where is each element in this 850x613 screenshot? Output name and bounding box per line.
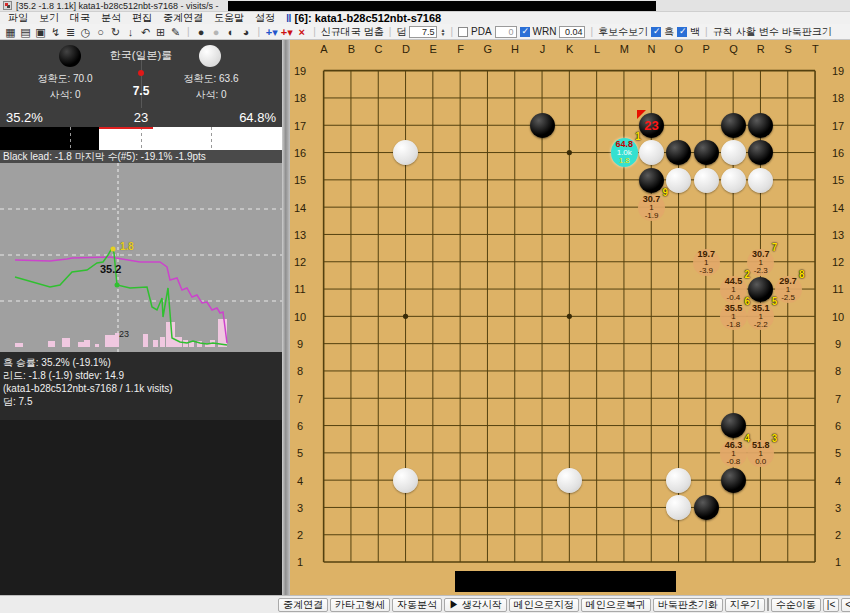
candidate-score: -2.3 — [754, 267, 768, 275]
white-captures: 사석: 0 — [166, 88, 256, 102]
winrate-tick-50 — [141, 127, 142, 150]
winrate-tick-75 — [211, 127, 212, 150]
komi-input[interactable]: 7.5 — [409, 26, 437, 38]
status-line: 덤: 7.5 — [3, 395, 282, 408]
toolbar-separator: | — [703, 26, 710, 37]
coord-top-E: E — [430, 43, 437, 55]
coord-left-3: 3 — [297, 502, 303, 514]
blue-cross-icon[interactable]: +▾ — [265, 25, 278, 39]
coord-right-6: 6 — [835, 420, 841, 432]
stone-glyph: ● — [694, 168, 719, 193]
engine-icon[interactable]: ↯ — [49, 25, 62, 39]
stone-glyph: ● — [666, 468, 691, 493]
grid-icon[interactable]: ⊞ — [154, 25, 167, 39]
boardsize-menu-button[interactable]: 바둑판크기 — [782, 25, 832, 39]
main-toolbar: ▦▤▣↯≣◷○↻↓↶⊞✎ | ●●◐◕ | +▾+▾× | 신규대국 멈춤 | … — [0, 24, 850, 40]
menu-item-도움말[interactable]: 도움말 — [214, 11, 244, 25]
bottom-button-지우기[interactable]: 지우기 — [725, 598, 765, 612]
white-accuracy: 정확도: 63.6 — [166, 72, 256, 86]
candidate-move-Q11[interactable]: 44.51-0.42 — [720, 276, 747, 303]
coord-top-G: G — [484, 43, 493, 55]
stone-glyph: ● — [694, 495, 719, 520]
stone-black-P3[interactable]: ● — [693, 494, 720, 521]
candidate-score: -2.5 — [781, 294, 795, 302]
candidate-circle[interactable]: 35.51-1.86 — [720, 303, 747, 330]
engine-status-text: 흑 승률: 35.2% (-19.1%)리드: -1.8 (-1.9) stde… — [0, 352, 282, 420]
candidate-rank: 3 — [772, 434, 778, 444]
stone-glyph: ● — [721, 113, 746, 138]
player-info: 한국(일본)룰 정확도: 70.0 정확도: 63.6 사석: 0 사석: 0 … — [0, 40, 282, 108]
candidate-move-R12[interactable]: 30.71-2.37 — [747, 248, 774, 275]
winrate-bar — [0, 127, 282, 150]
winrate-labels: 35.2% 23 64.8% — [0, 108, 282, 127]
coord-top-T: T — [812, 43, 819, 55]
stone-black-J17[interactable]: ● — [529, 112, 556, 139]
coord-right-5: 5 — [835, 447, 841, 459]
menu-item-설정[interactable]: 설정 — [255, 11, 275, 25]
stone-white-Q15[interactable]: ● — [720, 167, 747, 194]
menu-item-분석[interactable]: 분석 — [101, 11, 121, 25]
red-x-icon[interactable]: × — [295, 25, 308, 39]
coord-top-K: K — [566, 43, 573, 55]
candidate-circle[interactable]: 30.71-1.99 — [638, 194, 665, 221]
go-board[interactable]: ABCDEFGHJKLMNOPQRST191918181717161615151… — [290, 40, 850, 595]
coord-top-A: A — [320, 43, 327, 55]
graph-score-label: 1.8 — [120, 241, 134, 252]
stone-glyph: ● — [748, 277, 773, 302]
komi-value: 7.5 — [116, 84, 166, 98]
stone-white-D4[interactable]: ● — [392, 467, 419, 494]
stone-glyph: ● — [721, 468, 746, 493]
bottom-button-메인으로복귀[interactable]: 메인으로복귀 — [581, 598, 651, 612]
coord-right-18: 18 — [832, 92, 844, 104]
candidate-move-N14[interactable]: 30.71-1.99 — [638, 194, 665, 221]
go-stone[interactable]: ● — [721, 140, 746, 165]
menu-item-중계연결[interactable]: 중계연결 — [163, 11, 203, 25]
panel-board-divider[interactable] — [282, 40, 290, 595]
candidate-score: -2.2 — [754, 321, 768, 329]
black-stone-icon[interactable]: ● — [195, 25, 208, 39]
coord-right-16: 16 — [832, 147, 844, 159]
status-line: 흑 승률: 35.2% (-19.1%) — [3, 356, 282, 369]
save-icon[interactable]: ▣ — [34, 25, 47, 39]
candidate-score: -0.4 — [727, 294, 741, 302]
candidate-move-R10[interactable]: 35.11-2.25 — [747, 303, 774, 330]
variation-menu-button[interactable]: 변수 — [759, 25, 779, 39]
coord-right-14: 14 — [832, 202, 844, 214]
go-stone[interactable]: ● — [530, 113, 555, 138]
winrate-tick-25 — [70, 127, 71, 150]
stone-white-R15[interactable]: ● — [747, 167, 774, 194]
winrate-graph[interactable]: 1.8 35.2 23 — [0, 163, 282, 352]
stone-glyph: ● — [393, 140, 418, 165]
coord-right-15: 15 — [832, 174, 844, 186]
go-stone[interactable]: ● — [748, 113, 773, 138]
bottom-button-중계연결[interactable]: 중계연결 — [278, 598, 328, 612]
menu-item-편집[interactable]: 편집 — [132, 11, 152, 25]
board-redaction-bar — [455, 571, 676, 592]
stone-glyph: ● — [639, 140, 664, 165]
candidate-move-Q5[interactable]: 46.31-0.84 — [720, 440, 747, 467]
stone-white-Q16[interactable]: ● — [720, 139, 747, 166]
white-candidates-checkbox[interactable] — [677, 27, 687, 37]
candidate-score: -1.9 — [645, 212, 659, 220]
toolbar-separator: | — [311, 26, 318, 37]
menu-item-대국[interactable]: 대국 — [70, 11, 90, 25]
stone-glyph: ● — [666, 495, 691, 520]
coord-top-B: B — [348, 43, 355, 55]
candidate-circle[interactable]: 44.51-0.42 — [720, 276, 747, 303]
coord-left-5: 5 — [297, 447, 303, 459]
go-stone[interactable]: ● — [748, 168, 773, 193]
stone-glyph: ● — [666, 140, 691, 165]
stone-black-R17[interactable]: ● — [747, 112, 774, 139]
coord-left-15: 15 — [294, 174, 306, 186]
candidate-rank: 8 — [799, 270, 805, 280]
coord-right-17: 17 — [832, 120, 844, 132]
coord-left-9: 9 — [297, 338, 303, 350]
coord-right-9: 9 — [835, 338, 841, 350]
coord-right-19: 19 — [832, 65, 844, 77]
komi-spinner[interactable]: ▲▼ — [440, 28, 445, 36]
coord-left-18: 18 — [294, 92, 306, 104]
coord-right-1: 1 — [835, 556, 841, 568]
go-stone[interactable]: ● — [639, 140, 664, 165]
bottom-toolbar: 중계연결카타고형세자동분석▶ 생각시작메인으로지정메인으로복귀바둑판초기화지우기… — [0, 595, 850, 613]
go-stone[interactable]: ● — [666, 168, 691, 193]
white-stone-icon[interactable]: ● — [210, 25, 223, 39]
last-move-triangle-marker — [637, 110, 646, 119]
coord-right-3: 3 — [835, 502, 841, 514]
go-stone[interactable]: ● — [557, 468, 582, 493]
candidate-move-R5[interactable]: 51.810.03 — [747, 440, 774, 467]
candidate-circle[interactable]: 35.11-2.25 — [747, 303, 774, 330]
bottom-button-바둑판초기화[interactable]: 바둑판초기화 — [653, 598, 723, 612]
go-stone[interactable]: ● — [393, 468, 418, 493]
coord-top-Q: Q — [729, 43, 738, 55]
panel-divider-line — [141, 56, 142, 108]
wrn-label: WRN — [533, 26, 557, 37]
stone-glyph: ● — [694, 140, 719, 165]
stone-black-Q6[interactable]: ● — [720, 412, 747, 439]
candidate-move-M16[interactable]: 64.81.0k1.81 — [611, 139, 638, 166]
stone-black-P16[interactable]: ● — [693, 139, 720, 166]
bottom-button-메인으로지정[interactable]: 메인으로지정 — [509, 598, 579, 612]
goban-grid[interactable]: ●●23●●●●●●●●●●●●●●●●●●●●●64.81.0k1.8144.… — [310, 57, 829, 576]
stone-glyph: ● — [557, 468, 582, 493]
stone-white-D16[interactable]: ● — [392, 139, 419, 166]
candidate-move-P12[interactable]: 19.71-3.9 — [693, 248, 720, 275]
stone-glyph: ● — [748, 168, 773, 193]
candidate-rank: 7 — [772, 243, 778, 253]
coord-left-12: 12 — [294, 256, 306, 268]
stone-white-P15[interactable]: ● — [693, 167, 720, 194]
stone-glyph: ● — [393, 468, 418, 493]
menu-bar: 파일보기대국분석편집중계연결도움말설정 ‖ [6]: kata1-b28c512… — [0, 12, 850, 24]
candidate-circle[interactable]: 64.81.0k1.81 — [611, 138, 638, 167]
winrate-prev-divider — [153, 127, 155, 150]
stone-white-K4[interactable]: ● — [556, 467, 583, 494]
move-jump-button[interactable]: 수순이동 — [771, 598, 821, 612]
coord-left-4: 4 — [297, 475, 303, 487]
candidate-circle[interactable]: 30.71-2.37 — [747, 249, 774, 276]
candidate-move-S11[interactable]: 29.71-2.58 — [774, 276, 801, 303]
candidate-circle[interactable]: 19.71-3.9 — [693, 249, 720, 276]
coord-left-19: 19 — [294, 65, 306, 77]
stone-black-Q4[interactable]: ● — [720, 467, 747, 494]
coord-top-S: S — [784, 43, 791, 55]
undo-icon[interactable]: ↶ — [139, 25, 152, 39]
new-game-button[interactable]: 신규대국 — [321, 25, 361, 39]
stone-glyph: ● — [639, 168, 664, 193]
coord-left-16: 16 — [294, 147, 306, 159]
coord-left-13: 13 — [294, 229, 306, 241]
black-captures: 사석: 0 — [20, 88, 110, 102]
new-board-icon[interactable]: ▦ — [4, 25, 17, 39]
pda-label: PDA — [471, 26, 492, 37]
red-cross-icon[interactable]: +▾ — [280, 25, 293, 39]
toolbar-separator: | — [185, 26, 192, 37]
pencil-icon[interactable]: ✎ — [169, 25, 182, 39]
lifedeath-menu-button[interactable]: 사활 — [736, 25, 756, 39]
pda-checkbox[interactable] — [458, 27, 468, 37]
refresh-icon[interactable]: ↻ — [109, 25, 122, 39]
go-stone[interactable]: ● — [666, 140, 691, 165]
coord-left-6: 6 — [297, 420, 303, 432]
coord-left-11: 11 — [294, 283, 305, 295]
coord-right-4: 4 — [835, 475, 841, 487]
stats-icon[interactable]: ≣ — [64, 25, 77, 39]
stone-glyph: ● — [721, 413, 746, 438]
go-stone[interactable]: ● — [694, 168, 719, 193]
coord-right-10: 10 — [832, 311, 844, 323]
move-number-input[interactable] — [767, 598, 769, 611]
menu-item-보기[interactable]: 보기 — [39, 11, 59, 25]
coord-top-J: J — [540, 43, 546, 55]
candidate-move-Q10[interactable]: 35.51-1.86 — [720, 303, 747, 330]
analysis-panel: 한국(일본)룰 정확도: 70.0 정확도: 63.6 사석: 0 사석: 0 … — [0, 40, 282, 595]
go-stone[interactable]: ● — [639, 168, 664, 193]
coord-right-8: 8 — [835, 365, 841, 377]
candidate-circle[interactable]: 51.810.03 — [747, 440, 774, 467]
rules-menu-button[interactable]: 규칙 — [713, 25, 733, 39]
coord-left-10: 10 — [294, 311, 306, 323]
coord-right-11: 11 — [832, 283, 843, 295]
stone-black-R16[interactable]: ● — [747, 139, 774, 166]
coord-top-N: N — [648, 43, 656, 55]
candidate-score: 1.8 — [619, 157, 630, 165]
coord-top-F: F — [457, 43, 464, 55]
coord-left-14: 14 — [294, 202, 306, 214]
go-stone[interactable]: ● — [748, 140, 773, 165]
stone-glyph: ● — [721, 168, 746, 193]
candidates-label: 후보수보기 — [598, 25, 648, 39]
half-stone-icon[interactable]: ◐ — [225, 25, 238, 39]
nav-button-|<[interactable]: |< — [823, 598, 839, 612]
coord-top-O: O — [675, 43, 684, 55]
go-stone[interactable]: ● — [666, 468, 691, 493]
go-stone[interactable]: ● — [721, 113, 746, 138]
coord-right-2: 2 — [835, 529, 841, 541]
winrate-bar-black — [0, 127, 99, 150]
stone-white-O4[interactable]: ● — [665, 467, 692, 494]
black-accuracy: 정확도: 70.0 — [20, 72, 110, 86]
coord-top-D: D — [402, 43, 410, 55]
go-stone[interactable]: ● — [393, 140, 418, 165]
coord-top-R: R — [757, 43, 765, 55]
candidate-score: -0.8 — [727, 458, 741, 466]
stone-glyph: ● — [530, 113, 555, 138]
stone-glyph: ● — [748, 140, 773, 165]
rule-label: 한국(일본)룰 — [0, 48, 282, 63]
candidate-circle[interactable]: 29.71-2.58 — [775, 276, 802, 303]
coord-right-7: 7 — [835, 393, 841, 405]
go-stone[interactable]: ● — [721, 168, 746, 193]
lead-text: Black lead: -1.8 마지막 수(#5): -19.1% -1.9p… — [0, 150, 282, 163]
winrate-delta-line — [99, 127, 153, 129]
white-winrate: 64.8% — [239, 110, 276, 125]
coord-right-12: 12 — [832, 256, 844, 268]
toolbar-separator: | — [256, 26, 263, 37]
graph-winrate-label: 35.2 — [100, 263, 121, 275]
open-file-icon[interactable]: ▤ — [19, 25, 32, 39]
window-title: [35.2 -1.8 1.1k] kata1-b28c512nbt-s7168 … — [16, 1, 219, 11]
stone-white-O15[interactable]: ● — [665, 167, 692, 194]
clock-icon[interactable]: ◷ — [79, 25, 92, 39]
title-redaction — [228, 1, 656, 11]
status-line: 리드: -1.8 (-1.9) stdev: 14.9 — [3, 369, 282, 382]
session-text: [6]: kata1-b28c512nbt-s7168 — [294, 12, 441, 24]
coord-top-H: H — [511, 43, 519, 55]
komi-label: 덤 — [396, 25, 406, 39]
toolbar-separator: | — [588, 26, 595, 37]
candidate-circle[interactable]: 46.31-0.84 — [720, 440, 747, 467]
komi-marker-dot — [138, 70, 144, 76]
graph-move-label: 23 — [119, 329, 129, 339]
go-stone[interactable]: ● — [694, 495, 719, 520]
engine-session-label: ‖ [6]: kata1-b28c512nbt-s7168 — [286, 12, 441, 24]
black-label: 흑 — [664, 25, 674, 39]
pda-input[interactable]: 0 — [495, 26, 517, 38]
toolbar-separator: | — [387, 26, 394, 37]
coord-left-1: 1 — [297, 556, 303, 568]
go-stone[interactable]: ● — [748, 277, 773, 302]
stone-black-N17[interactable]: ●23 — [638, 112, 665, 139]
coord-top-C: C — [375, 43, 383, 55]
bottom-button-자동분석[interactable]: 자동분석 — [392, 598, 442, 612]
app-window: { "game": "go", "position": { "black": [… — [0, 0, 850, 613]
stone-black-Q17[interactable]: ● — [720, 112, 747, 139]
candidate-score: 0.0 — [755, 458, 766, 466]
candidate-score: -3.9 — [699, 267, 713, 275]
circle-icon[interactable]: ○ — [94, 25, 107, 39]
coord-right-13: 13 — [832, 229, 844, 241]
pause-icon[interactable]: ‖ — [286, 12, 290, 24]
menu-item-파일[interactable]: 파일 — [8, 11, 28, 25]
coord-left-7: 7 — [297, 393, 303, 405]
down-arrow-icon[interactable]: ↓ — [124, 25, 137, 39]
coord-left-8: 8 — [297, 365, 303, 377]
white-label: 백 — [690, 25, 700, 39]
stone-black-O16[interactable]: ● — [665, 139, 692, 166]
marked-stone-icon[interactable]: ◕ — [240, 25, 253, 39]
board-grid-area[interactable]: ●●23●●●●●●●●●●●●●●●●●●●●●64.81.0k1.8144.… — [310, 57, 829, 576]
stone-white-N16[interactable]: ● — [638, 139, 665, 166]
go-stone[interactable]: ● — [666, 495, 691, 520]
coord-left-17: 17 — [294, 120, 306, 132]
stone-black-N15[interactable]: ● — [638, 167, 665, 194]
app-icon — [3, 1, 12, 10]
graph-canvas — [0, 163, 282, 352]
coord-top-M: M — [620, 43, 629, 55]
stone-glyph: ● — [721, 140, 746, 165]
stop-button[interactable]: 멈춤 — [364, 25, 384, 39]
bottom-button-▶ 생각시작[interactable]: ▶ 생각시작 — [444, 598, 507, 612]
coord-left-2: 2 — [297, 529, 303, 541]
stone-glyph: ● — [748, 113, 773, 138]
coord-top-L: L — [594, 43, 600, 55]
black-candidates-checkbox[interactable] — [651, 27, 661, 37]
wrn-input[interactable]: 0.04 — [559, 26, 585, 38]
go-stone[interactable]: ● — [721, 468, 746, 493]
stone-black-R11[interactable]: ● — [747, 276, 774, 303]
stone-white-O3[interactable]: ● — [665, 494, 692, 521]
wrn-checkbox[interactable] — [520, 27, 530, 37]
stone-glyph: ● — [666, 168, 691, 193]
nav-button-<<[interactable]: << — [841, 598, 850, 612]
candidate-score: -1.8 — [727, 321, 741, 329]
toolbar-separator: | — [448, 26, 455, 37]
go-stone[interactable]: ● — [694, 140, 719, 165]
go-stone[interactable]: ● — [721, 413, 746, 438]
bottom-button-카타고형세[interactable]: 카타고형세 — [330, 598, 390, 612]
status-line: (kata1-b28c512nbt-s7168 / 1.1k visits) — [3, 382, 282, 395]
coord-top-P: P — [703, 43, 710, 55]
